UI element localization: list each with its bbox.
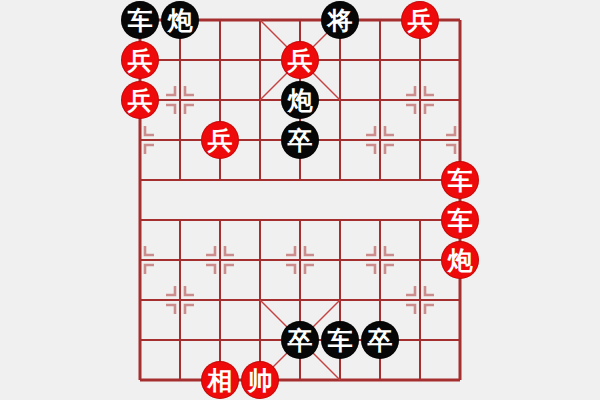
piece-black-cannon[interactable]: 炮 (281, 81, 319, 119)
piece-black-general[interactable]: 将 (321, 1, 359, 39)
piece-black-soldier[interactable]: 卒 (281, 121, 319, 159)
piece-black-soldier[interactable]: 卒 (361, 321, 399, 359)
piece-red-chariot[interactable]: 车 (441, 161, 479, 199)
piece-red-elephant[interactable]: 相 (201, 361, 239, 399)
piece-red-soldier[interactable]: 兵 (281, 41, 319, 79)
xiangqi-board: 车炮将兵兵兵兵炮兵卒车车炮卒车卒相帅 (0, 0, 600, 400)
piece-red-soldier[interactable]: 兵 (121, 41, 159, 79)
piece-grid: 车炮将兵兵兵兵炮兵卒车车炮卒车卒相帅 (120, 0, 480, 400)
piece-red-soldier[interactable]: 兵 (201, 121, 239, 159)
piece-red-cannon[interactable]: 炮 (441, 241, 479, 279)
piece-red-general[interactable]: 帅 (241, 361, 279, 399)
piece-black-cannon[interactable]: 炮 (161, 1, 199, 39)
piece-black-chariot[interactable]: 车 (321, 321, 359, 359)
piece-red-soldier[interactable]: 兵 (401, 1, 439, 39)
piece-red-soldier[interactable]: 兵 (121, 81, 159, 119)
piece-black-soldier[interactable]: 卒 (281, 321, 319, 359)
piece-black-chariot[interactable]: 车 (121, 1, 159, 39)
piece-red-chariot[interactable]: 车 (441, 201, 479, 239)
